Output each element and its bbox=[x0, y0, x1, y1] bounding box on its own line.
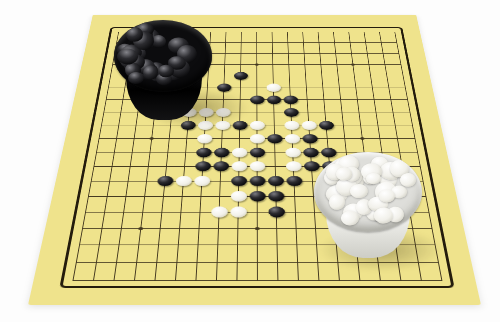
star-point bbox=[149, 137, 153, 140]
white-stone[interactable] bbox=[230, 191, 246, 202]
black-stone[interactable] bbox=[267, 134, 282, 143]
black-stone[interactable] bbox=[249, 147, 264, 157]
white-stone[interactable] bbox=[249, 134, 264, 143]
white-stone-bowl[interactable] bbox=[312, 150, 424, 260]
star-point bbox=[255, 227, 260, 230]
black-stone[interactable] bbox=[250, 96, 264, 105]
black-stone[interactable] bbox=[213, 161, 229, 171]
white-stone[interactable] bbox=[285, 147, 301, 157]
black-stone[interactable] bbox=[286, 176, 302, 186]
black-stone[interactable] bbox=[283, 96, 298, 105]
black-stone[interactable] bbox=[302, 134, 318, 143]
white-stone[interactable] bbox=[197, 134, 213, 143]
white-stone[interactable] bbox=[301, 121, 316, 130]
bowl-stone-black bbox=[126, 27, 143, 42]
black-stone[interactable] bbox=[233, 72, 247, 80]
white-stone[interactable] bbox=[266, 84, 280, 92]
white-bowl-opening bbox=[314, 152, 422, 232]
white-stone[interactable] bbox=[250, 121, 265, 130]
black-stone-bowl[interactable] bbox=[112, 18, 216, 122]
star-point bbox=[351, 63, 355, 65]
black-stone[interactable] bbox=[318, 121, 334, 130]
white-stone[interactable] bbox=[231, 147, 246, 157]
white-stone[interactable] bbox=[211, 206, 228, 217]
black-stone[interactable] bbox=[249, 191, 265, 202]
black-stone[interactable] bbox=[284, 108, 299, 117]
black-stone[interactable] bbox=[268, 176, 284, 186]
black-stone[interactable] bbox=[156, 176, 173, 186]
black-stone[interactable] bbox=[266, 96, 281, 105]
white-stone[interactable] bbox=[249, 161, 265, 171]
black-stone[interactable] bbox=[232, 121, 247, 130]
star-point bbox=[360, 137, 365, 140]
bowl-stone-white bbox=[328, 193, 346, 210]
black-bowl-opening bbox=[114, 20, 212, 92]
white-stone[interactable] bbox=[194, 176, 210, 186]
bowl-stone-black bbox=[127, 71, 145, 85]
black-stone[interactable] bbox=[231, 176, 247, 186]
star-point bbox=[138, 227, 143, 230]
white-stone[interactable] bbox=[175, 176, 192, 186]
black-stone[interactable] bbox=[195, 161, 211, 171]
white-stone[interactable] bbox=[284, 121, 299, 130]
white-stone[interactable] bbox=[230, 206, 247, 217]
white-stone[interactable] bbox=[231, 161, 247, 171]
go-set-scene bbox=[0, 0, 500, 322]
black-stone[interactable] bbox=[268, 206, 285, 217]
black-stone[interactable] bbox=[268, 191, 284, 202]
white-stone[interactable] bbox=[285, 161, 301, 171]
white-stone[interactable] bbox=[284, 134, 299, 143]
black-stone[interactable] bbox=[249, 176, 265, 186]
star-point bbox=[255, 63, 259, 65]
black-stone[interactable] bbox=[214, 147, 230, 157]
black-stone[interactable] bbox=[196, 147, 212, 157]
